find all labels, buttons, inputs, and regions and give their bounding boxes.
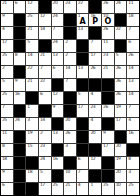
cell-code-number: 24 <box>116 1 121 6</box>
cell-r14c10[interactable]: 20 <box>115 170 127 182</box>
cell-r15c4[interactable]: 17 <box>39 183 51 195</box>
cell-r7c6[interactable]: 7 <box>64 79 76 91</box>
cell-r12c10[interactable]: 20 <box>115 144 127 156</box>
black-cell-r10c9 <box>102 118 114 130</box>
black-cell-r12c8 <box>89 144 101 156</box>
cell-code-number: 26 <box>128 53 133 58</box>
cell-code-number: 5 <box>27 40 29 45</box>
cell-r4c3[interactable]: 5 <box>26 40 38 52</box>
cell-r10c3[interactable]: 3 <box>26 118 38 130</box>
cell-code-number: 7 <box>53 27 55 32</box>
cell-r1c1[interactable]: 21 <box>1 1 13 13</box>
cell-code-number: 21 <box>27 79 32 84</box>
cell-r9c1[interactable]: 7 <box>1 105 13 117</box>
black-cell-r13c9 <box>102 157 114 169</box>
cell-code-number: 24 <box>53 14 58 19</box>
cell-code-number: 25 <box>103 183 108 188</box>
black-cell-r7c5 <box>52 79 64 91</box>
cell-r5c11[interactable]: 26 <box>127 53 139 65</box>
black-cell-r2c6 <box>64 14 76 26</box>
cell-r8c8[interactable]: 4 <box>89 92 101 104</box>
cell-code-number: 24 <box>53 40 58 45</box>
cell-code-number: 19 <box>27 131 32 136</box>
black-cell-r13c3 <box>26 157 38 169</box>
cell-code-number: 9 <box>103 131 105 136</box>
cell-code-number: 26 <box>103 27 108 32</box>
cell-code-number: 20 <box>53 1 58 6</box>
cell-code-number: 6 <box>15 1 17 6</box>
cell-code-number: 5 <box>2 79 4 84</box>
cell-r15c7[interactable]: 4 <box>77 183 89 195</box>
black-cell-r12c2 <box>14 144 26 156</box>
black-cell-r4c10 <box>115 40 127 52</box>
cell-code-number: 13 <box>53 131 58 136</box>
cell-code-number: 24 <box>15 118 20 123</box>
black-cell-r9c2 <box>14 105 26 117</box>
cell-code-number: 23 <box>90 105 95 110</box>
cell-code-number: 7 <box>40 66 42 71</box>
cell-r10c8[interactable]: 4 <box>89 118 101 130</box>
cell-code-number: 13 <box>78 27 83 32</box>
cell-r13c4[interactable]: 24 <box>39 157 51 169</box>
cell-code-number: 14 <box>128 66 133 71</box>
cell-r4c6[interactable]: 2 <box>64 40 76 52</box>
cell-r2c8[interactable]: 16P <box>89 14 101 26</box>
black-cell-r1c8 <box>89 1 101 13</box>
cell-code-number: 24 <box>40 157 45 162</box>
cell-code-number: 15 <box>27 144 32 149</box>
cell-r1c9[interactable]: 26 <box>102 1 114 13</box>
cell-code-number: 10 <box>116 183 121 188</box>
cell-code-number: 6 <box>53 66 55 71</box>
cell-r13c8[interactable]: 12 <box>89 157 101 169</box>
cell-r3c4[interactable]: 14 <box>39 27 51 39</box>
cell-code-number: 6 <box>40 92 42 97</box>
cell-code-number: 2 <box>65 53 67 58</box>
given-letter-O: O <box>102 17 114 26</box>
cell-r7c3[interactable]: 21 <box>26 79 38 91</box>
cell-code-number: 23 <box>40 144 45 149</box>
black-cell-r5c7 <box>77 53 89 65</box>
cell-r10c10[interactable]: 17 <box>115 118 127 130</box>
cell-r3c7[interactable]: 13 <box>77 27 89 39</box>
black-cell-r11c2 <box>14 131 26 143</box>
cell-r6c7[interactable]: 13 <box>77 66 89 78</box>
cell-code-number: 16 <box>15 92 20 97</box>
cell-r6c1[interactable]: 2 <box>1 66 13 78</box>
cell-r2c7[interactable]: 1A <box>77 14 89 26</box>
cell-r2c9[interactable]: 10O <box>102 14 114 26</box>
cell-r12c4[interactable]: 23 <box>39 144 51 156</box>
black-cell-r7c7 <box>77 79 89 91</box>
cell-r3c9[interactable]: 26 <box>102 27 114 39</box>
cell-code-number: 19 <box>116 105 121 110</box>
cell-code-number: 22 <box>27 66 32 71</box>
black-cell-r10c7 <box>77 118 89 130</box>
cell-code-number: 25 <box>27 14 32 19</box>
cell-r4c1[interactable]: 17 <box>1 40 13 52</box>
black-cell-r15c2 <box>14 183 26 195</box>
cell-code-number: 26 <box>116 66 121 71</box>
black-cell-r6c2 <box>14 66 26 78</box>
cell-r10c6[interactable]: 20 <box>64 118 76 130</box>
cell-r9c10[interactable]: 19 <box>115 105 127 117</box>
cell-code-number: 14 <box>65 66 70 71</box>
cell-code-number: 12 <box>27 1 32 6</box>
cell-r7c2[interactable]: 9 <box>14 79 26 91</box>
cell-r11c5[interactable]: 13 <box>52 131 64 143</box>
cell-r6c9[interactable]: 21 <box>102 66 114 78</box>
cell-code-number: 18 <box>27 170 32 175</box>
cell-r14c6[interactable]: 10 <box>64 170 76 182</box>
cell-r9c5[interactable]: 9 <box>52 105 64 117</box>
cell-code-number: 25 <box>53 183 58 188</box>
black-cell-r3c6 <box>64 27 76 39</box>
cell-r1c6[interactable]: 23 <box>64 1 76 13</box>
black-cell-r4c2 <box>14 40 26 52</box>
cell-r15c8[interactable]: 1 <box>89 183 101 195</box>
black-cell-r2c10 <box>115 14 127 26</box>
cell-r15c5[interactable]: 25 <box>52 183 64 195</box>
cell-code-number: 25 <box>2 92 7 97</box>
cell-r8c1[interactable]: 25 <box>1 92 13 104</box>
cell-r13c7[interactable]: 6 <box>77 157 89 169</box>
cell-code-number: 4 <box>90 92 92 97</box>
cell-code-number: 12 <box>53 92 58 97</box>
cell-r15c10[interactable]: 10 <box>115 183 127 195</box>
cell-code-number: 17 <box>116 118 121 123</box>
cell-r11c1[interactable]: 11 <box>1 131 13 143</box>
cell-code-number: 11 <box>2 131 7 136</box>
cell-r4c8[interactable]: 7 <box>89 40 101 52</box>
cell-r2c11[interactable]: 18 <box>127 14 139 26</box>
cell-code-number: 11 <box>103 40 108 45</box>
cell-r8c2[interactable]: 16 <box>14 92 26 104</box>
cell-code-number: 16 <box>128 131 133 136</box>
cell-r11c4[interactable]: 2 <box>39 131 51 143</box>
cell-code-number: 4 <box>128 118 130 123</box>
cell-code-number: 26 <box>65 131 70 136</box>
cell-code-number: 8 <box>15 53 17 58</box>
black-cell-r10c5 <box>52 118 64 130</box>
cell-code-number: 6 <box>128 40 130 45</box>
cell-code-number: 23 <box>103 53 108 58</box>
cell-code-number: 26 <box>116 92 121 97</box>
cell-code-number: 17 <box>2 40 7 45</box>
cell-code-number: 13 <box>53 53 58 58</box>
cell-r10c4[interactable]: 14 <box>39 118 51 130</box>
cell-r13c5[interactable]: 16 <box>52 157 64 169</box>
cell-code-number: 25 <box>2 118 7 123</box>
cell-code-number: 17 <box>40 183 45 188</box>
cell-code-number: 13 <box>78 66 83 71</box>
cell-r6c6[interactable]: 14 <box>64 66 76 78</box>
cell-r6c3[interactable]: 22 <box>26 66 38 78</box>
cell-code-number: 6 <box>2 183 4 188</box>
cell-code-number: 7 <box>2 105 4 110</box>
cell-code-number: 1 <box>90 183 92 188</box>
cell-code-number: 20 <box>116 170 121 175</box>
cell-r14c7[interactable]: 7 <box>77 170 89 182</box>
cell-r5c1[interactable]: 25 <box>1 53 13 65</box>
cell-r14c11[interactable]: 3 <box>127 170 139 182</box>
cell-code-number: 4 <box>78 183 80 188</box>
black-cell-r1c4 <box>39 1 51 13</box>
cell-r11c11[interactable]: 16 <box>127 131 139 143</box>
cell-code-number: 14 <box>40 118 45 123</box>
codeword-puzzle: 2161220232226241192512241A16P10O18421147… <box>0 0 140 196</box>
cell-r9c11[interactable]: 7 <box>127 105 139 117</box>
cell-r5c3[interactable]: 14 <box>26 53 38 65</box>
cell-code-number: 4 <box>90 118 92 123</box>
cell-code-number: 21 <box>65 183 70 188</box>
black-cell-r8c3 <box>26 92 38 104</box>
cell-code-number: 12 <box>90 157 95 162</box>
cell-r6c4[interactable]: 7 <box>39 66 51 78</box>
cell-code-number: 7 <box>128 105 130 110</box>
cell-code-number: 21 <box>40 53 45 58</box>
cell-code-number: 14 <box>40 27 45 32</box>
codeword-grid: 2161220232226241192512241A16P10O18421147… <box>0 0 140 196</box>
cell-code-number: 2 <box>40 131 42 136</box>
cell-r3c5[interactable]: 7 <box>52 27 64 39</box>
cell-code-number: 21 <box>2 1 7 6</box>
black-cell-r3c8 <box>89 27 101 39</box>
cell-code-number: 23 <box>65 1 70 6</box>
cell-r10c2[interactable]: 24 <box>14 118 26 130</box>
cell-code-number: 9 <box>53 105 55 110</box>
cell-code-number: 1 <box>27 105 29 110</box>
cell-r11c6[interactable]: 26 <box>64 131 76 143</box>
black-cell-r14c2 <box>14 170 26 182</box>
cell-r2c5[interactable]: 24 <box>52 14 64 26</box>
cell-code-number: 2 <box>2 66 4 71</box>
cell-code-number: 9 <box>2 170 4 175</box>
cell-code-number: 8 <box>2 144 4 149</box>
cell-r5c2[interactable]: 8 <box>14 53 26 65</box>
cell-r11c8[interactable]: 20 <box>89 131 101 143</box>
cell-code-number: 5 <box>40 170 42 175</box>
cell-r13c1[interactable]: 18 <box>1 157 13 169</box>
cell-r11c9[interactable]: 9 <box>102 131 114 143</box>
cell-code-number: 19 <box>116 157 121 162</box>
cell-r8c11[interactable]: 14 <box>127 92 139 104</box>
cell-code-number: 17 <box>78 105 83 110</box>
cell-code-number: 26 <box>116 79 121 84</box>
cell-r15c1[interactable]: 6 <box>1 183 13 195</box>
cell-r15c9[interactable]: 25 <box>102 183 114 195</box>
black-cell-r14c8 <box>89 170 101 182</box>
cell-r4c11[interactable]: 6 <box>127 40 139 52</box>
cell-r13c10[interactable]: 19 <box>115 157 127 169</box>
cell-code-number: 21 <box>27 27 32 32</box>
cell-r8c10[interactable]: 26 <box>115 92 127 104</box>
cell-code-number: 20 <box>65 118 70 123</box>
cell-r3c11[interactable]: 7 <box>127 27 139 39</box>
cell-r14c4[interactable]: 5 <box>39 170 51 182</box>
black-cell-r7c9 <box>102 79 114 91</box>
black-cell-r2c2 <box>14 14 26 26</box>
cell-code-number: 5 <box>116 53 118 58</box>
black-cell-r3c2 <box>14 27 26 39</box>
cell-r2c4[interactable]: 12 <box>39 14 51 26</box>
cell-code-number: 14 <box>128 92 133 97</box>
cell-code-number: 10 <box>65 170 70 175</box>
black-cell-r13c2 <box>14 157 26 169</box>
cell-r1c10[interactable]: 24 <box>115 1 127 13</box>
cell-code-number: 22 <box>78 1 83 6</box>
cell-r2c3[interactable]: 25 <box>26 14 38 26</box>
cell-r8c5[interactable]: 12 <box>52 92 64 104</box>
cell-r3c10[interactable]: 22 <box>115 27 127 39</box>
black-cell-r12c11 <box>127 144 139 156</box>
cell-code-number: 9 <box>2 14 4 19</box>
cell-code-number: 6 <box>78 157 80 162</box>
cell-r12c6[interactable]: 3 <box>64 144 76 156</box>
cell-code-number: 9 <box>15 79 17 84</box>
cell-code-number: 26 <box>103 1 108 6</box>
black-cell-r11c7 <box>77 131 89 143</box>
cell-r11c3[interactable]: 19 <box>26 131 38 143</box>
cell-code-number: 20 <box>90 131 95 136</box>
cell-r7c1[interactable]: 5 <box>1 79 13 91</box>
cell-r1c3[interactable]: 12 <box>26 1 38 13</box>
black-cell-r11c10 <box>115 131 127 143</box>
cell-r9c9[interactable]: 26 <box>102 105 114 117</box>
cell-r13c11[interactable]: 8 <box>127 157 139 169</box>
cell-r15c6[interactable]: 21 <box>64 183 76 195</box>
cell-code-number: 26 <box>90 66 95 71</box>
cell-r5c4[interactable]: 21 <box>39 53 51 65</box>
cell-r1c11[interactable]: 11 <box>127 1 139 13</box>
cell-code-number: 3 <box>65 144 67 149</box>
cell-code-number: 22 <box>116 27 121 32</box>
black-cell-r7c8 <box>89 79 101 91</box>
cell-r12c9[interactable]: 17 <box>102 144 114 156</box>
black-cell-r14c9 <box>102 170 114 182</box>
cell-code-number: 25 <box>128 183 133 188</box>
cell-r14c1[interactable]: 9 <box>1 170 13 182</box>
cell-code-number: 25 <box>2 53 7 58</box>
cell-code-number: 16 <box>53 157 58 162</box>
cell-r14c3[interactable]: 18 <box>26 170 38 182</box>
cell-code-number: 8 <box>128 157 130 162</box>
black-cell-r12c7 <box>77 144 89 156</box>
cell-code-number: 21 <box>103 66 108 71</box>
cell-code-number: 4 <box>2 27 4 32</box>
cell-r10c11[interactable]: 4 <box>127 118 139 130</box>
black-cell-r9c4 <box>39 105 51 117</box>
cell-r9c7[interactable]: 17 <box>77 105 89 117</box>
cell-r1c7[interactable]: 22 <box>77 1 89 13</box>
cell-r4c5[interactable]: 24 <box>52 40 64 52</box>
black-cell-r4c7 <box>77 40 89 52</box>
cell-code-number: 18 <box>128 14 133 19</box>
cell-code-number: 18 <box>2 157 7 162</box>
cell-r9c3[interactable]: 1 <box>26 105 38 117</box>
cell-r1c2[interactable]: 6 <box>14 1 26 13</box>
cell-r7c10[interactable]: 26 <box>115 79 127 91</box>
black-cell-r8c9 <box>102 92 114 104</box>
cell-r5c10[interactable]: 5 <box>115 53 127 65</box>
given-letter-A: A <box>77 17 89 26</box>
cell-code-number: 12 <box>40 14 45 19</box>
black-cell-r4c4 <box>39 40 51 52</box>
cell-code-number: 7 <box>90 40 92 45</box>
cell-code-number: 14 <box>27 53 32 58</box>
cell-r4c9[interactable]: 11 <box>102 40 114 52</box>
cell-r15c11[interactable]: 25 <box>127 183 139 195</box>
black-cell-r14c5 <box>52 170 64 182</box>
cell-code-number: 7 <box>128 27 130 32</box>
cell-r3c3[interactable]: 21 <box>26 27 38 39</box>
black-cell-r8c6 <box>64 92 76 104</box>
cell-r5c8[interactable]: 17 <box>89 53 101 65</box>
cell-r7c11[interactable]: 13 <box>127 79 139 91</box>
cell-r5c6[interactable]: 2 <box>64 53 76 65</box>
cell-code-number: 17 <box>90 53 95 58</box>
cell-code-number: 3 <box>27 118 29 123</box>
cell-code-number: 26 <box>103 105 108 110</box>
cell-code-number: 7 <box>65 79 67 84</box>
cell-r3c1[interactable]: 4 <box>1 27 13 39</box>
cell-code-number: 7 <box>78 170 80 175</box>
cell-r8c4[interactable]: 6 <box>39 92 51 104</box>
cell-r5c5[interactable]: 13 <box>52 53 64 65</box>
cell-code-number: 17 <box>103 144 108 149</box>
black-cell-r15c3 <box>26 183 38 195</box>
cell-code-number: 11 <box>128 1 133 6</box>
cell-r6c10[interactable]: 26 <box>115 66 127 78</box>
cell-r12c3[interactable]: 15 <box>26 144 38 156</box>
cell-r9c8[interactable]: 23 <box>89 105 101 117</box>
cell-r10c1[interactable]: 25 <box>1 118 13 130</box>
cell-code-number: 5 <box>78 92 80 97</box>
black-cell-r9c6 <box>64 105 76 117</box>
cell-r1c5[interactable]: 20 <box>52 1 64 13</box>
cell-code-number: 13 <box>128 79 133 84</box>
cell-r6c8[interactable]: 26 <box>89 66 101 78</box>
cell-r12c1[interactable]: 8 <box>1 144 13 156</box>
given-letter-P: P <box>89 17 101 26</box>
cell-code-number: 3 <box>128 170 130 175</box>
black-cell-r13c6 <box>64 157 76 169</box>
cell-r5c9[interactable]: 23 <box>102 53 114 65</box>
cell-r2c1[interactable]: 9 <box>1 14 13 26</box>
cell-code-number: 2 <box>65 40 67 45</box>
black-cell-r12c5 <box>52 144 64 156</box>
cell-r6c11[interactable]: 14 <box>127 66 139 78</box>
cell-code-number: 22 <box>40 79 45 84</box>
cell-r7c4[interactable]: 22 <box>39 79 51 91</box>
cell-code-number: 20 <box>116 144 121 149</box>
cell-r8c7[interactable]: 5 <box>77 92 89 104</box>
cell-r6c5[interactable]: 6 <box>52 66 64 78</box>
